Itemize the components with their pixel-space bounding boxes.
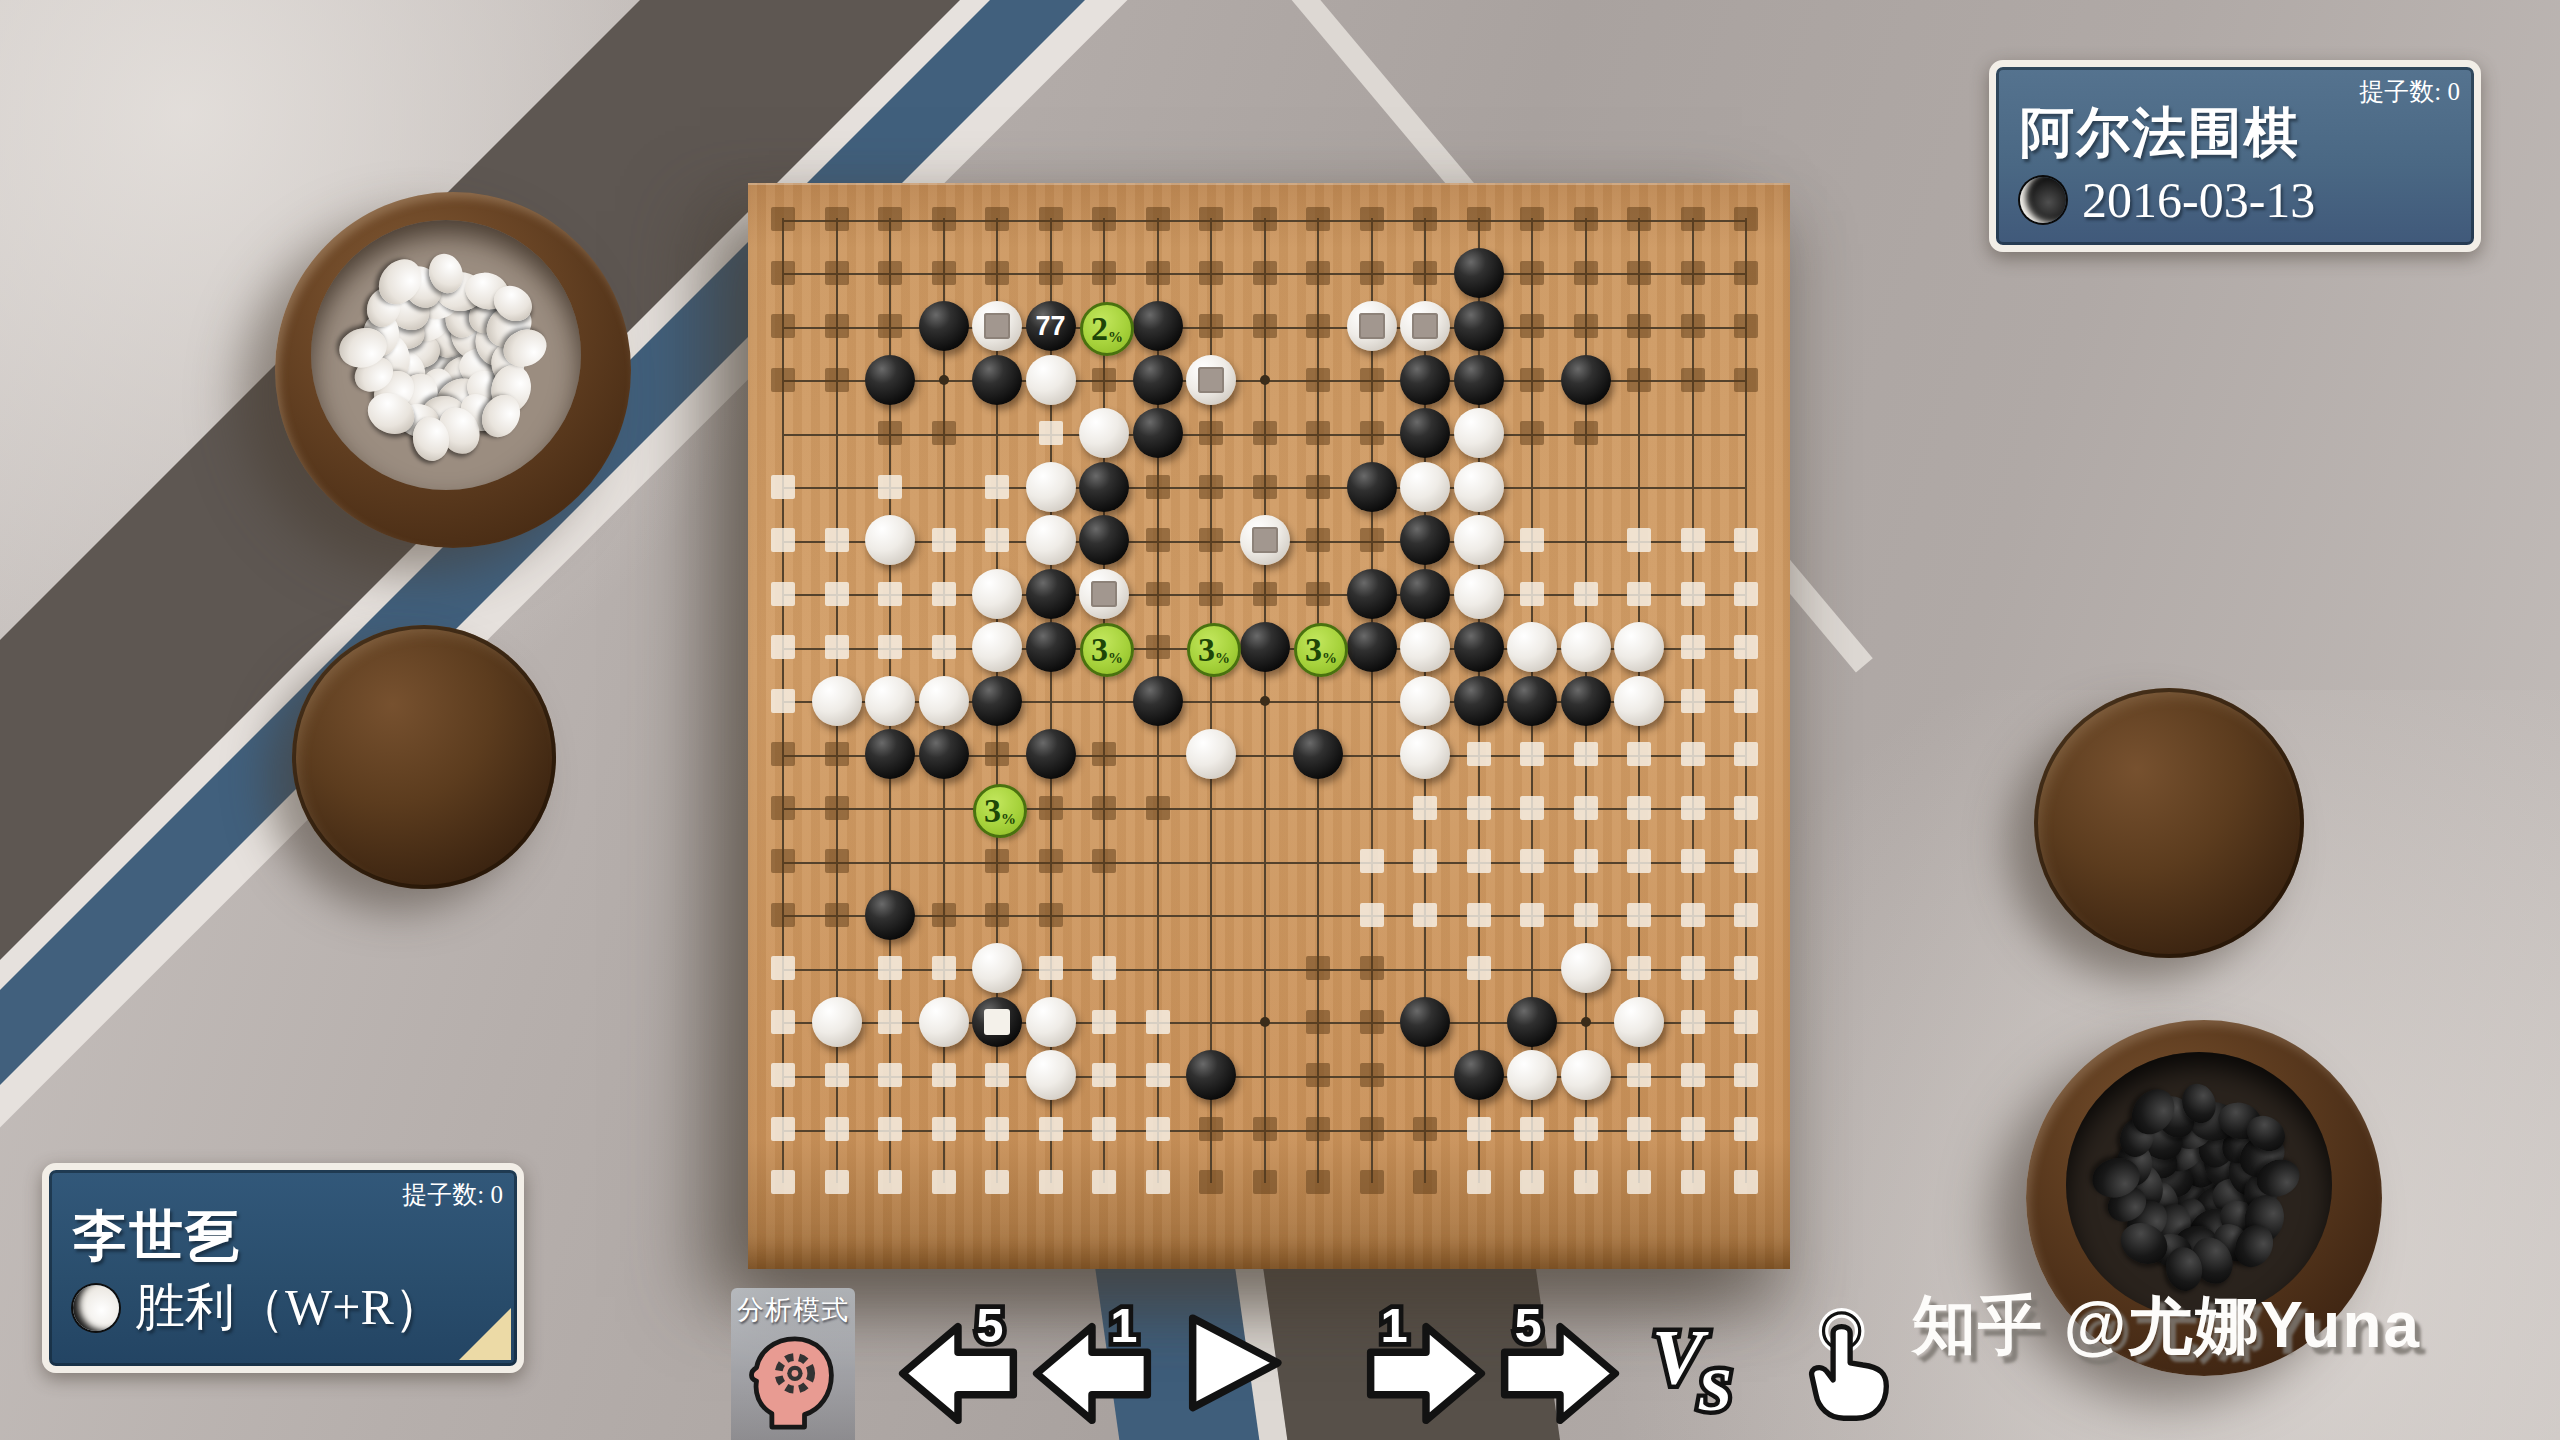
white-stone[interactable] — [1454, 569, 1504, 619]
winrate-value: 2 — [1091, 312, 1108, 346]
territory-marker-white — [771, 1170, 795, 1194]
territory-marker-black — [985, 207, 1009, 231]
black-stone[interactable] — [1454, 676, 1504, 726]
black-stone[interactable] — [1133, 676, 1183, 726]
black-stone[interactable] — [1507, 676, 1557, 726]
black-stone[interactable] — [1026, 622, 1076, 672]
territory-marker-white — [932, 582, 956, 606]
territory-marker-black — [1253, 582, 1277, 606]
white-stone[interactable] — [1400, 301, 1450, 351]
territory-marker-white — [1467, 849, 1491, 873]
star-point — [939, 375, 949, 385]
white-stone-bowl — [275, 192, 631, 548]
territory-marker-white — [1681, 903, 1705, 927]
white-stone[interactable] — [1026, 515, 1076, 565]
forward-5-button[interactable]: 5 — [1494, 1300, 1626, 1430]
territory-marker-black — [1092, 849, 1116, 873]
territory-marker-white — [1092, 1117, 1116, 1141]
territory-marker-black — [771, 849, 795, 873]
territory-marker-white — [878, 1010, 902, 1034]
territory-marker-black — [1039, 796, 1063, 820]
territory-marker-black — [825, 849, 849, 873]
black-stone[interactable] — [1079, 462, 1129, 512]
black-stone[interactable]: 77 — [1026, 301, 1076, 351]
territory-marker-white — [878, 582, 902, 606]
black-stone[interactable] — [1026, 729, 1076, 779]
territory-marker-white — [1627, 742, 1651, 766]
territory-marker-black — [1360, 261, 1384, 285]
territory-marker-black — [825, 261, 849, 285]
white-stone[interactable] — [1561, 943, 1611, 993]
territory-marker-black — [1146, 475, 1170, 499]
back-5-button[interactable]: 5 — [892, 1300, 1024, 1430]
territory-marker-white — [1681, 1010, 1705, 1034]
territory-marker-black — [1253, 421, 1277, 445]
white-stone[interactable] — [1079, 569, 1129, 619]
white-stone[interactable] — [1507, 622, 1557, 672]
territory-marker-white — [1039, 421, 1063, 445]
territory-marker-white — [1520, 1170, 1544, 1194]
territory-marker-black — [1306, 1117, 1330, 1141]
territory-marker-black — [1306, 528, 1330, 552]
winrate-suggestion[interactable]: 3% — [1294, 623, 1348, 677]
white-stone[interactable] — [1454, 515, 1504, 565]
white-stone[interactable] — [1614, 997, 1664, 1047]
territory-marker-black — [1681, 314, 1705, 338]
active-player-triangle-icon — [459, 1308, 511, 1360]
territory-marker-white — [985, 1170, 1009, 1194]
territory-marker-black — [1199, 261, 1223, 285]
territory-marker-white — [932, 1063, 956, 1087]
black-stone[interactable] — [865, 890, 915, 940]
territory-marker-white — [1574, 1170, 1598, 1194]
territory-marker-black — [1253, 1170, 1277, 1194]
bowl-lid-right — [2034, 688, 2304, 958]
territory-marker-black — [1146, 796, 1170, 820]
white-stone[interactable] — [972, 301, 1022, 351]
winrate-unit: % — [1215, 650, 1230, 667]
territory-marker-white — [1092, 1170, 1116, 1194]
black-stone[interactable] — [1079, 515, 1129, 565]
territory-marker-black — [1360, 368, 1384, 392]
territory-marker-white — [1734, 1010, 1758, 1034]
territory-marker-white — [1734, 796, 1758, 820]
black-stone[interactable] — [1400, 408, 1450, 458]
white-stone-icon — [73, 1285, 119, 1331]
territory-marker-white — [1681, 635, 1705, 659]
black-stone[interactable] — [1561, 355, 1611, 405]
white-stone[interactable] — [1400, 729, 1450, 779]
territory-marker-white — [1681, 1170, 1705, 1194]
territory-marker-white — [1360, 903, 1384, 927]
territory-marker-white — [1520, 742, 1544, 766]
territory-marker-black — [825, 368, 849, 392]
black-stone[interactable] — [1454, 622, 1504, 672]
winrate-suggestion[interactable]: 3% — [1080, 623, 1134, 677]
territory-marker-black — [1253, 1117, 1277, 1141]
territory-marker-white — [1734, 849, 1758, 873]
territory-marker-white — [1627, 1117, 1651, 1141]
territory-marker-black — [1253, 475, 1277, 499]
black-stone[interactable] — [1400, 515, 1450, 565]
black-stone[interactable] — [919, 729, 969, 779]
white-stone[interactable] — [1186, 729, 1236, 779]
bowl-lid-left — [292, 625, 556, 889]
alphago-name: 阿尔法围棋 — [2020, 97, 2300, 170]
territory-marker-black — [771, 207, 795, 231]
winrate-suggestion[interactable]: 3% — [973, 784, 1027, 838]
back-5-label: 5 — [976, 1300, 1003, 1352]
black-stone[interactable] — [1133, 408, 1183, 458]
territory-marker-white — [1574, 903, 1598, 927]
black-stone[interactable] — [1507, 997, 1557, 1047]
territory-marker-black — [1092, 742, 1116, 766]
last-move-marker-icon — [984, 1009, 1010, 1035]
territory-marker-white — [1092, 1063, 1116, 1087]
star-point — [1581, 1017, 1591, 1027]
white-stone[interactable] — [1347, 301, 1397, 351]
territory-marker-white — [985, 475, 1009, 499]
territory-marker-black — [932, 261, 956, 285]
territory-marker-black — [1039, 261, 1063, 285]
territory-marker-black — [1413, 1117, 1437, 1141]
white-stone[interactable] — [1240, 515, 1290, 565]
back-1-label: 1 — [1110, 1300, 1137, 1352]
territory-marker-white — [878, 956, 902, 980]
territory-marker-white — [1627, 849, 1651, 873]
lee-result: 胜利（W+R） — [135, 1274, 444, 1341]
territory-marker-black — [985, 742, 1009, 766]
black-stone[interactable] — [1133, 355, 1183, 405]
territory-marker-black — [1681, 368, 1705, 392]
territory-marker-black — [1520, 421, 1544, 445]
analysis-mode-label: 分析模式 — [737, 1292, 849, 1328]
territory-marker-white — [1681, 796, 1705, 820]
territory-marker-black — [1360, 1063, 1384, 1087]
black-stone[interactable] — [1400, 997, 1450, 1047]
territory-marker-white — [771, 1010, 795, 1034]
winrate-unit: % — [1108, 329, 1123, 346]
black-stone-icon — [2020, 177, 2066, 223]
territory-marker-black — [1734, 207, 1758, 231]
territory-marker-white — [1574, 582, 1598, 606]
territory-marker-black — [1520, 314, 1544, 338]
territory-marker-white — [1627, 903, 1651, 927]
territory-marker-black — [878, 421, 902, 445]
territory-marker-black — [1199, 421, 1223, 445]
black-stone[interactable] — [1400, 569, 1450, 619]
territory-marker-white — [985, 1117, 1009, 1141]
white-stone[interactable] — [1186, 355, 1236, 405]
white-stone[interactable] — [1561, 622, 1611, 672]
go-board[interactable]: 772%3%3%3%3% — [748, 183, 1790, 1269]
territory-marker-black — [1574, 261, 1598, 285]
territory-marker-white — [1520, 528, 1544, 552]
black-stone[interactable] — [972, 355, 1022, 405]
territory-marker-black — [1360, 421, 1384, 445]
territory-marker-white — [932, 956, 956, 980]
territory-marker-black — [1360, 1117, 1384, 1141]
black-stone[interactable] — [919, 301, 969, 351]
black-stone[interactable] — [1454, 301, 1504, 351]
territory-marker-black — [771, 742, 795, 766]
territory-marker-white — [1413, 903, 1437, 927]
play-button[interactable] — [1165, 1300, 1297, 1430]
territory-marker-black — [932, 903, 956, 927]
territory-marker-black — [1413, 261, 1437, 285]
white-stone[interactable] — [972, 943, 1022, 993]
black-stone[interactable] — [1347, 622, 1397, 672]
white-stone-bowl-stones — [311, 220, 581, 490]
last-move-marker-icon — [1412, 313, 1438, 339]
territory-marker-white — [1092, 1010, 1116, 1034]
territory-marker-white — [1039, 1170, 1063, 1194]
territory-marker-white — [771, 1063, 795, 1087]
territory-marker-black — [1306, 1170, 1330, 1194]
territory-marker-black — [825, 314, 849, 338]
territory-marker-black — [1039, 849, 1063, 873]
territory-marker-black — [1734, 261, 1758, 285]
territory-marker-black — [1306, 1063, 1330, 1087]
white-stone[interactable] — [1561, 1050, 1611, 1100]
white-stone[interactable] — [1454, 462, 1504, 512]
winrate-value: 3 — [1305, 633, 1322, 667]
vs-button[interactable]: V S — [1636, 1300, 1768, 1430]
territory-marker-white — [771, 582, 795, 606]
black-stone[interactable] — [1133, 301, 1183, 351]
territory-marker-black — [1306, 261, 1330, 285]
territory-marker-black — [771, 368, 795, 392]
territory-marker-white — [1574, 742, 1598, 766]
territory-marker-white — [1520, 796, 1544, 820]
white-stone[interactable] — [1026, 462, 1076, 512]
last-move-marker-icon — [1091, 581, 1117, 607]
territory-marker-black — [825, 796, 849, 820]
territory-marker-black — [1199, 314, 1223, 338]
territory-marker-black — [1199, 207, 1223, 231]
territory-marker-white — [825, 1063, 849, 1087]
white-stone[interactable] — [1614, 676, 1664, 726]
analysis-mode-button[interactable]: 分析模式 — [731, 1288, 855, 1440]
white-stone[interactable] — [1400, 462, 1450, 512]
territory-marker-black — [1360, 207, 1384, 231]
star-point — [1260, 1017, 1270, 1027]
territory-marker-black — [825, 903, 849, 927]
territory-marker-white — [878, 1117, 902, 1141]
star-point — [1260, 696, 1270, 706]
winrate-unit: % — [1108, 650, 1123, 667]
white-stone[interactable] — [1454, 408, 1504, 458]
territory-marker-white — [878, 1170, 902, 1194]
territory-marker-black — [1146, 261, 1170, 285]
territory-marker-black — [1199, 475, 1223, 499]
black-stone[interactable] — [865, 355, 915, 405]
black-stone[interactable] — [1454, 1050, 1504, 1100]
territory-marker-white — [1681, 849, 1705, 873]
move-number-label: 77 — [1026, 301, 1076, 351]
territory-marker-black — [1574, 207, 1598, 231]
territory-marker-white — [771, 528, 795, 552]
lee-name: 李世乭 — [73, 1200, 241, 1273]
white-stone[interactable] — [865, 676, 915, 726]
territory-marker-white — [1681, 956, 1705, 980]
black-stone[interactable] — [865, 729, 915, 779]
territory-marker-white — [1520, 849, 1544, 873]
territory-marker-white — [1467, 796, 1491, 820]
territory-marker-white — [932, 1170, 956, 1194]
territory-marker-black — [1520, 207, 1544, 231]
white-stone[interactable] — [1026, 355, 1076, 405]
territory-marker-black — [771, 903, 795, 927]
territory-marker-black — [1467, 207, 1491, 231]
territory-marker-black — [985, 903, 1009, 927]
last-move-marker-icon — [984, 313, 1010, 339]
last-move-marker-icon — [1198, 367, 1224, 393]
territory-marker-black — [1627, 261, 1651, 285]
territory-marker-black — [932, 421, 956, 445]
territory-marker-white — [1146, 1010, 1170, 1034]
territory-marker-black — [1199, 1117, 1223, 1141]
white-stone[interactable] — [972, 622, 1022, 672]
black-stone[interactable] — [1240, 622, 1290, 672]
white-stone[interactable] — [1026, 997, 1076, 1047]
alphago-captures: 提子数: 0 — [2359, 75, 2460, 108]
black-stone[interactable] — [1454, 355, 1504, 405]
territory-marker-white — [1734, 582, 1758, 606]
territory-marker-white — [1681, 689, 1705, 713]
winrate-unit: % — [1001, 811, 1016, 828]
territory-marker-white — [1681, 1063, 1705, 1087]
white-stone[interactable] — [865, 515, 915, 565]
territory-marker-black — [1146, 582, 1170, 606]
black-stone[interactable] — [1186, 1050, 1236, 1100]
territory-marker-black — [1360, 528, 1384, 552]
territory-marker-white — [1734, 635, 1758, 659]
black-stone[interactable] — [972, 676, 1022, 726]
white-stone[interactable] — [812, 997, 862, 1047]
territory-marker-white — [771, 689, 795, 713]
territory-marker-black — [1627, 368, 1651, 392]
white-stone[interactable] — [1400, 622, 1450, 672]
territory-marker-black — [1253, 207, 1277, 231]
territory-marker-black — [1092, 261, 1116, 285]
territory-marker-white — [1734, 903, 1758, 927]
territory-marker-black — [878, 207, 902, 231]
white-stone[interactable] — [919, 676, 969, 726]
territory-marker-white — [1092, 956, 1116, 980]
territory-marker-black — [932, 207, 956, 231]
territory-marker-black — [1092, 796, 1116, 820]
territory-marker-black — [1306, 421, 1330, 445]
territory-marker-black — [1253, 261, 1277, 285]
black-stone[interactable] — [972, 997, 1022, 1047]
winrate-value: 3 — [1091, 633, 1108, 667]
white-stone[interactable] — [1026, 1050, 1076, 1100]
territory-marker-white — [1520, 1117, 1544, 1141]
territory-marker-black — [1199, 582, 1223, 606]
territory-marker-white — [1681, 528, 1705, 552]
territory-marker-white — [1039, 956, 1063, 980]
black-stone[interactable] — [1347, 569, 1397, 619]
white-stone[interactable] — [919, 997, 969, 1047]
territory-marker-black — [1734, 368, 1758, 392]
last-move-marker-icon — [1359, 313, 1385, 339]
watermark: 知乎 @尤娜Yuna — [1912, 1282, 2421, 1369]
white-stone[interactable] — [1079, 408, 1129, 458]
territory-marker-white — [1681, 1117, 1705, 1141]
territory-marker-white — [1360, 849, 1384, 873]
territory-marker-white — [1520, 582, 1544, 606]
pointer-hand-button[interactable] — [1782, 1300, 1914, 1430]
territory-marker-white — [932, 635, 956, 659]
territory-marker-black — [771, 314, 795, 338]
vs-label-s: S — [1698, 1355, 1732, 1423]
territory-marker-black — [1306, 582, 1330, 606]
lee-captures: 提子数: 0 — [402, 1178, 503, 1211]
alphago-date: 2016-03-13 — [2082, 171, 2315, 229]
territory-marker-white — [1734, 742, 1758, 766]
territory-marker-white — [1467, 956, 1491, 980]
winrate-suggestion[interactable]: 2% — [1080, 302, 1134, 356]
territory-marker-black — [1360, 1170, 1384, 1194]
territory-marker-black — [1734, 314, 1758, 338]
forward-5-label: 5 — [1514, 1300, 1541, 1352]
territory-marker-white — [771, 635, 795, 659]
white-stone[interactable] — [1614, 622, 1664, 672]
territory-marker-white — [1146, 1170, 1170, 1194]
player-panel-lee-sedol: 提子数: 0 李世乭 胜利（W+R） — [42, 1163, 524, 1373]
territory-marker-black — [1627, 207, 1651, 231]
territory-marker-white — [985, 528, 1009, 552]
black-stone[interactable] — [1347, 462, 1397, 512]
territory-marker-black — [1039, 207, 1063, 231]
white-stone[interactable] — [972, 569, 1022, 619]
territory-marker-white — [1627, 1063, 1651, 1087]
white-stone[interactable] — [1400, 676, 1450, 726]
last-move-marker-icon — [1252, 527, 1278, 553]
territory-marker-black — [771, 261, 795, 285]
winrate-suggestion[interactable]: 3% — [1187, 623, 1241, 677]
territory-marker-white — [985, 1063, 1009, 1087]
territory-marker-black — [1574, 314, 1598, 338]
black-stone[interactable] — [1400, 355, 1450, 405]
forward-1-button[interactable]: 1 — [1360, 1300, 1492, 1430]
territory-marker-white — [1467, 742, 1491, 766]
territory-marker-black — [1413, 207, 1437, 231]
player-panel-alphago: 提子数: 0 阿尔法围棋 2016-03-13 — [1989, 60, 2481, 252]
territory-marker-white — [932, 528, 956, 552]
territory-marker-white — [1574, 796, 1598, 820]
territory-marker-white — [932, 1117, 956, 1141]
back-1-button[interactable]: 1 — [1026, 1300, 1158, 1430]
territory-marker-white — [1413, 849, 1437, 873]
territory-marker-black — [985, 261, 1009, 285]
white-stone[interactable] — [1507, 1050, 1557, 1100]
territory-marker-black — [1306, 368, 1330, 392]
black-stone[interactable] — [1026, 569, 1076, 619]
black-stone[interactable] — [1561, 676, 1611, 726]
territory-marker-white — [1520, 903, 1544, 927]
black-stone[interactable] — [1293, 729, 1343, 779]
territory-marker-black — [1199, 1170, 1223, 1194]
territory-marker-white — [1574, 1117, 1598, 1141]
black-stone[interactable] — [1454, 248, 1504, 298]
territory-marker-white — [878, 635, 902, 659]
white-stone[interactable] — [812, 676, 862, 726]
star-point — [1260, 375, 1270, 385]
territory-marker-white — [1734, 1117, 1758, 1141]
black-stone-bowl-stones — [2066, 1052, 2332, 1318]
